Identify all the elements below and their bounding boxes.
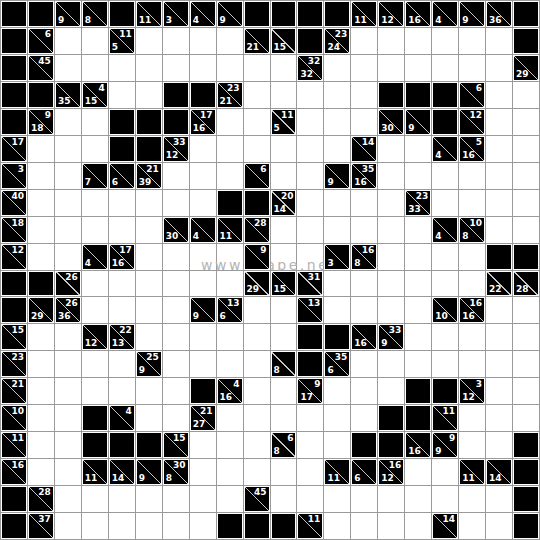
clue-cell: 12 [459,109,486,136]
entry-cell[interactable] [432,351,459,378]
entry-cell[interactable] [297,459,324,486]
clue-cell: 36 [486,1,513,28]
entry-cell[interactable] [109,378,136,405]
entry-cell[interactable] [297,109,324,136]
entry-cell[interactable] [190,351,217,378]
entry-cell[interactable] [163,378,190,405]
across-clue: 13 [308,299,321,308]
entry-cell[interactable] [513,405,540,432]
entry-cell[interactable] [432,28,459,55]
entry-cell[interactable] [244,432,271,459]
entry-cell[interactable] [351,109,378,136]
entry-cell[interactable] [513,297,540,324]
entry-cell[interactable] [28,351,55,378]
entry-cell[interactable] [163,244,190,271]
blocked-cell [297,324,324,351]
entry-cell[interactable] [378,190,405,217]
entry-cell[interactable] [486,405,513,432]
clue-cell: 13 [297,297,324,324]
entry-cell[interactable] [486,28,513,55]
entry-cell[interactable] [82,351,109,378]
entry-cell[interactable] [82,297,109,324]
blocked-cell [244,513,271,540]
entry-cell[interactable] [55,459,82,486]
entry-cell[interactable] [55,378,82,405]
entry-cell[interactable] [351,271,378,298]
entry-cell[interactable] [297,217,324,244]
across-clue: 21 [11,380,24,389]
entry-cell[interactable] [82,271,109,298]
entry-cell[interactable] [432,190,459,217]
entry-cell[interactable] [217,55,244,82]
entry-cell[interactable] [324,109,351,136]
entry-cell[interactable] [163,405,190,432]
entry-cell[interactable] [513,136,540,163]
entry-cell[interactable] [405,459,432,486]
entry-cell[interactable] [109,351,136,378]
entry-cell[interactable] [190,163,217,190]
entry-cell[interactable] [163,351,190,378]
entry-cell[interactable] [271,297,298,324]
down-clue: 17 [300,393,313,402]
entry-cell[interactable] [190,513,217,540]
entry-cell[interactable] [432,55,459,82]
down-clue: 9 [327,178,333,187]
entry-cell[interactable] [190,271,217,298]
entry-cell[interactable] [271,217,298,244]
entry-cell[interactable] [459,190,486,217]
entry-cell[interactable] [136,378,163,405]
entry-cell[interactable] [109,82,136,109]
entry-cell[interactable] [109,297,136,324]
entry-cell[interactable] [190,324,217,351]
entry-cell[interactable] [136,297,163,324]
entry-cell[interactable] [55,513,82,540]
entry-cell[interactable] [244,351,271,378]
entry-cell[interactable] [513,109,540,136]
entry-cell[interactable] [378,28,405,55]
clue-cell: 6 [28,28,55,55]
entry-cell[interactable] [405,513,432,540]
entry-cell[interactable] [28,324,55,351]
entry-cell[interactable] [55,405,82,432]
entry-cell[interactable] [324,136,351,163]
entry-cell[interactable] [351,82,378,109]
entry-cell[interactable] [82,136,109,163]
entry-cell[interactable] [378,55,405,82]
entry-cell[interactable] [459,244,486,271]
entry-cell[interactable] [405,324,432,351]
entry-cell[interactable] [82,55,109,82]
entry-cell[interactable] [271,55,298,82]
across-clue: 18 [11,219,24,228]
clue-cell: 14 [432,513,459,540]
entry-cell[interactable] [55,190,82,217]
entry-cell[interactable] [271,136,298,163]
entry-cell[interactable] [244,324,271,351]
entry-cell[interactable] [324,513,351,540]
across-clue: 4 [99,84,105,93]
entry-cell[interactable] [271,378,298,405]
entry-cell[interactable] [432,244,459,271]
clue-cell: 4 [432,136,459,163]
entry-cell[interactable] [486,378,513,405]
entry-cell[interactable] [82,378,109,405]
entry-cell[interactable] [486,163,513,190]
entry-cell[interactable] [244,55,271,82]
entry-cell[interactable] [432,271,459,298]
entry-cell[interactable] [190,486,217,513]
blocked-cell [432,82,459,109]
entry-cell[interactable] [55,217,82,244]
entry-cell[interactable] [55,136,82,163]
entry-cell[interactable] [28,217,55,244]
entry-cell[interactable] [297,190,324,217]
entry-cell[interactable] [28,190,55,217]
clue-cell: 11 [136,1,163,28]
entry-cell[interactable] [405,55,432,82]
across-clue: 3 [18,165,24,174]
entry-cell[interactable] [324,82,351,109]
blocked-cell [217,190,244,217]
entry-cell[interactable] [217,486,244,513]
clue-cell: 40 [1,190,28,217]
entry-cell[interactable] [217,136,244,163]
entry-cell[interactable] [190,190,217,217]
entry-cell[interactable] [378,513,405,540]
entry-cell[interactable] [244,136,271,163]
entry-cell[interactable] [459,486,486,513]
down-clue: 5 [274,124,280,133]
entry-cell[interactable] [459,55,486,82]
entry-cell[interactable] [486,486,513,513]
entry-cell[interactable] [486,109,513,136]
down-clue: 6 [327,366,333,375]
entry-cell[interactable] [136,486,163,513]
entry-cell[interactable] [109,190,136,217]
entry-cell[interactable] [297,136,324,163]
entry-cell[interactable] [432,163,459,190]
entry-cell[interactable] [378,163,405,190]
entry-cell[interactable] [513,378,540,405]
entry-cell[interactable] [217,324,244,351]
entry-cell[interactable] [486,190,513,217]
clue-cell: 1616 [459,297,486,324]
entry-cell[interactable] [163,55,190,82]
entry-cell[interactable] [82,109,109,136]
entry-cell[interactable] [297,405,324,432]
entry-cell[interactable] [28,459,55,486]
entry-cell[interactable] [55,109,82,136]
entry-cell[interactable] [378,378,405,405]
entry-cell[interactable] [136,217,163,244]
entry-cell[interactable] [271,324,298,351]
entry-cell[interactable] [28,163,55,190]
entry-cell[interactable] [82,28,109,55]
clue-cell: 9 [459,1,486,28]
entry-cell[interactable] [297,82,324,109]
across-clue: 13 [227,299,240,308]
entry-cell[interactable] [244,378,271,405]
entry-cell[interactable] [297,432,324,459]
entry-cell[interactable] [405,244,432,271]
entry-cell[interactable] [244,109,271,136]
clue-cell: 14 [486,459,513,486]
entry-cell[interactable] [486,432,513,459]
clue-cell: 15 [1,324,28,351]
down-clue: 16 [408,16,421,25]
clue-cell: 16 [351,324,378,351]
entry-cell[interactable] [55,432,82,459]
entry-cell[interactable] [513,163,540,190]
down-clue: 3 [166,16,172,25]
entry-cell[interactable] [405,163,432,190]
entry-cell[interactable] [271,82,298,109]
entry-cell[interactable] [513,324,540,351]
entry-cell[interactable] [405,217,432,244]
entry-cell[interactable] [432,486,459,513]
entry-cell[interactable] [351,28,378,55]
entry-cell[interactable] [513,351,540,378]
clue-cell: 259 [136,351,163,378]
entry-cell[interactable] [486,351,513,378]
blocked-cell [190,378,217,405]
blocked-cell [324,324,351,351]
entry-cell[interactable] [378,351,405,378]
entry-cell[interactable] [217,109,244,136]
entry-cell[interactable] [217,28,244,55]
down-clue: 29 [516,70,529,79]
across-clue: 16 [11,461,24,470]
entry-cell[interactable] [136,190,163,217]
entry-cell[interactable] [55,244,82,271]
entry-cell[interactable] [82,513,109,540]
down-clue: 5 [112,43,118,52]
entry-cell[interactable] [244,459,271,486]
entry-cell[interactable] [244,297,271,324]
entry-cell[interactable] [217,459,244,486]
entry-cell[interactable] [190,432,217,459]
entry-cell[interactable] [486,55,513,82]
entry-cell[interactable] [190,55,217,82]
clue-cell: 2213 [109,324,136,351]
entry-cell[interactable] [324,378,351,405]
entry-cell[interactable] [163,271,190,298]
entry-cell[interactable] [217,432,244,459]
clue-cell: 10 [432,297,459,324]
clue-cell: 2321 [217,82,244,109]
entry-cell[interactable] [109,271,136,298]
blocked-cell [1,82,28,109]
entry-cell[interactable] [432,459,459,486]
entry-cell[interactable] [55,28,82,55]
across-clue: 20 [281,192,294,201]
entry-cell[interactable] [190,28,217,55]
entry-cell[interactable] [82,217,109,244]
entry-cell[interactable] [405,351,432,378]
entry-cell[interactable] [136,271,163,298]
entry-cell[interactable] [109,55,136,82]
entry-cell[interactable] [82,486,109,513]
down-clue: 14 [489,474,502,483]
entry-cell[interactable] [459,324,486,351]
down-clue: 12 [381,16,394,25]
across-clue: 17 [11,138,24,147]
entry-cell[interactable] [459,432,486,459]
blocked-cell [513,459,540,486]
entry-cell[interactable] [55,163,82,190]
across-clue: 31 [308,273,321,282]
entry-cell[interactable] [28,244,55,271]
entry-cell[interactable] [324,55,351,82]
entry-cell[interactable] [136,55,163,82]
entry-cell[interactable] [459,28,486,55]
entry-cell[interactable] [351,55,378,82]
entry-cell[interactable] [190,459,217,486]
entry-cell[interactable] [405,486,432,513]
entry-cell[interactable] [486,513,513,540]
entry-cell[interactable] [271,163,298,190]
entry-cell[interactable] [163,324,190,351]
entry-cell[interactable] [378,244,405,271]
clue-cell: 26 [55,271,82,298]
entry-cell[interactable] [513,82,540,109]
entry-cell[interactable] [459,163,486,190]
entry-cell[interactable] [351,351,378,378]
across-clue: 6 [287,434,293,443]
entry-cell[interactable] [324,297,351,324]
entry-cell[interactable] [28,136,55,163]
entry-cell[interactable] [459,271,486,298]
entry-cell[interactable] [163,190,190,217]
entry-cell[interactable] [432,324,459,351]
entry-cell[interactable] [324,217,351,244]
entry-cell[interactable] [378,486,405,513]
entry-cell[interactable] [82,190,109,217]
clue-cell: 9 [244,244,271,271]
entry-cell[interactable] [217,271,244,298]
entry-cell[interactable] [136,82,163,109]
clue-cell: 30 [163,217,190,244]
clue-cell: 1716 [109,244,136,271]
entry-cell[interactable] [163,513,190,540]
entry-cell[interactable] [351,486,378,513]
entry-cell[interactable] [405,28,432,55]
down-clue: 9 [435,447,441,456]
clue-cell: 16 [405,432,432,459]
blocked-cell [163,109,190,136]
entry-cell[interactable] [351,217,378,244]
clue-cell: 308 [163,459,190,486]
blocked-cell [1,297,28,324]
entry-cell[interactable] [378,136,405,163]
entry-cell[interactable] [109,513,136,540]
entry-cell[interactable] [28,405,55,432]
entry-cell[interactable] [459,513,486,540]
entry-cell[interactable] [513,217,540,244]
entry-cell[interactable] [324,486,351,513]
entry-cell[interactable] [55,486,82,513]
entry-cell[interactable] [324,271,351,298]
entry-cell[interactable] [28,432,55,459]
entry-cell[interactable] [271,459,298,486]
entry-cell[interactable] [244,405,271,432]
entry-cell[interactable] [459,405,486,432]
entry-cell[interactable] [244,82,271,109]
entry-cell[interactable] [324,432,351,459]
clue-cell: 3 [1,163,28,190]
entry-cell[interactable] [136,28,163,55]
entry-cell[interactable] [217,351,244,378]
blocked-cell [28,82,55,109]
entry-cell[interactable] [351,297,378,324]
entry-cell[interactable] [324,405,351,432]
entry-cell[interactable] [324,190,351,217]
entry-cell[interactable] [136,513,163,540]
entry-cell[interactable] [351,378,378,405]
entry-cell[interactable] [351,513,378,540]
entry-cell[interactable] [271,486,298,513]
entry-cell[interactable] [55,351,82,378]
clue-cell: 2324 [324,28,351,55]
entry-cell[interactable] [136,405,163,432]
clue-cell: 16 [1,459,28,486]
entry-cell[interactable] [217,163,244,190]
entry-cell[interactable] [297,486,324,513]
down-clue: 12 [381,474,394,483]
clue-cell: 9 [324,163,351,190]
entry-cell[interactable] [28,378,55,405]
blocked-cell [432,109,459,136]
entry-cell[interactable] [486,324,513,351]
clue-cell: 6 [244,163,271,190]
entry-cell[interactable] [513,190,540,217]
down-clue: 9 [193,312,199,321]
entry-cell[interactable] [163,486,190,513]
entry-cell[interactable] [486,136,513,163]
entry-cell[interactable] [163,297,190,324]
entry-cell[interactable] [271,405,298,432]
across-clue: 6 [476,84,482,93]
down-clue: 28 [516,285,529,294]
entry-cell[interactable] [163,163,190,190]
entry-cell[interactable] [163,28,190,55]
entry-cell[interactable] [55,324,82,351]
entry-cell[interactable] [190,136,217,163]
entry-cell[interactable] [486,82,513,109]
entry-cell[interactable] [351,405,378,432]
entry-cell[interactable] [136,324,163,351]
entry-cell[interactable] [109,486,136,513]
entry-cell[interactable] [351,190,378,217]
entry-cell[interactable] [405,297,432,324]
entry-cell[interactable] [486,217,513,244]
clue-cell: 4 [109,405,136,432]
entry-cell[interactable] [486,297,513,324]
entry-cell[interactable] [378,217,405,244]
down-clue: 6 [220,312,226,321]
entry-cell[interactable] [297,163,324,190]
entry-cell[interactable] [378,271,405,298]
entry-cell[interactable] [109,217,136,244]
entry-cell[interactable] [217,405,244,432]
entry-cell[interactable] [55,55,82,82]
entry-cell[interactable] [136,244,163,271]
entry-cell[interactable] [405,136,432,163]
entry-cell[interactable] [405,271,432,298]
entry-cell[interactable] [459,351,486,378]
entry-cell[interactable] [378,297,405,324]
